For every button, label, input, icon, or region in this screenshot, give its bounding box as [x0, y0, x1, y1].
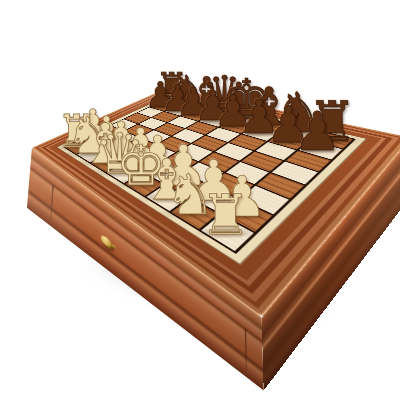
drawer-knob [100, 233, 112, 251]
drawer-seam-right [245, 328, 247, 370]
drawer-seam-left [50, 185, 54, 221]
chess-set-product-photo: ♜♞♝♛♚♝♞♜♟♟♟♟♟♟♟♟♟♟♟♟♟♟♟♟♜♞♝♛♚♝♞♜ [0, 0, 400, 400]
